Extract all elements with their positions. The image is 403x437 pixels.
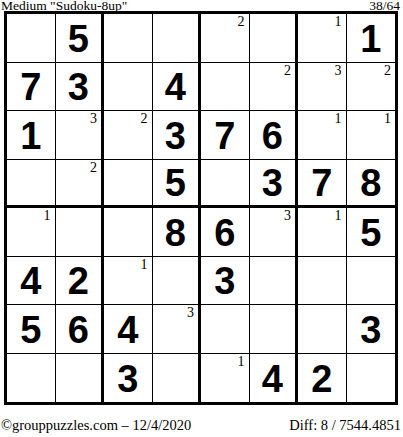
cell-r5c4[interactable]: 8 <box>153 208 202 257</box>
pencil-mark: 3 <box>284 208 291 224</box>
cell-r3c8[interactable]: 1 <box>347 111 396 160</box>
cell-r5c5[interactable]: 6 <box>201 208 250 257</box>
cell-value: 7 <box>311 164 332 202</box>
cell-r1c3[interactable] <box>104 14 153 63</box>
cell-r3c2[interactable]: 3 <box>56 111 105 160</box>
cell-r3c7[interactable]: 1 <box>298 111 347 160</box>
cell-r4c8[interactable]: 8 <box>347 160 396 209</box>
cell-r6c1[interactable]: 4 <box>7 257 56 306</box>
cell-r2c3[interactable] <box>104 63 153 112</box>
cell-r8c7[interactable]: 2 <box>298 354 347 403</box>
cell-value: 6 <box>214 214 235 252</box>
pencil-mark: 1 <box>335 111 342 127</box>
pencil-mark: 2 <box>238 14 245 30</box>
cell-value: 4 <box>20 262 41 300</box>
pencil-mark: 3 <box>187 305 194 321</box>
cell-value: 1 <box>20 117 41 155</box>
cell-value: 5 <box>165 164 186 202</box>
cell-r3c4[interactable]: 3 <box>153 111 202 160</box>
cell-r8c1[interactable] <box>7 354 56 403</box>
cell-value: 3 <box>360 311 381 349</box>
cell-value: 3 <box>262 164 283 202</box>
cell-r5c6[interactable]: 3 <box>250 208 299 257</box>
cell-r2c7[interactable]: 3 <box>298 63 347 112</box>
cell-value: 3 <box>214 262 235 300</box>
cell-r1c7[interactable]: 1 <box>298 14 347 63</box>
pencil-mark: 1 <box>335 14 342 30</box>
pencil-mark: 2 <box>141 111 148 127</box>
pencil-mark: 1 <box>335 208 342 224</box>
cell-r8c6[interactable]: 4 <box>250 354 299 403</box>
puzzle-page: Medium "Sudoku-8up" 38/64 52117342321323… <box>0 0 403 437</box>
cell-value: 3 <box>165 117 186 155</box>
cell-value: 5 <box>68 20 89 58</box>
cell-value: 6 <box>262 117 283 155</box>
cell-r3c1[interactable]: 1 <box>7 111 56 160</box>
cell-r7c1[interactable]: 5 <box>7 305 56 354</box>
cell-r4c3[interactable] <box>104 160 153 209</box>
pencil-mark: 1 <box>141 257 148 273</box>
difficulty-rating: Diff: 8 / 7544.4851 <box>289 417 401 434</box>
cell-value: 7 <box>214 117 235 155</box>
cell-r6c6[interactable] <box>250 257 299 306</box>
cell-r8c3[interactable]: 3 <box>104 354 153 403</box>
pencil-mark: 2 <box>284 63 291 79</box>
cell-r8c2[interactable] <box>56 354 105 403</box>
cell-r1c8[interactable]: 1 <box>347 14 396 63</box>
cell-r4c5[interactable] <box>201 160 250 209</box>
cell-value: 7 <box>20 68 41 106</box>
cell-r7c5[interactable] <box>201 305 250 354</box>
cell-r2c1[interactable]: 7 <box>7 63 56 112</box>
cell-r8c4[interactable] <box>153 354 202 403</box>
cell-value: 5 <box>20 311 41 349</box>
pencil-mark: 1 <box>238 354 245 370</box>
cell-r3c3[interactable]: 2 <box>104 111 153 160</box>
cell-r6c4[interactable] <box>153 257 202 306</box>
cell-r6c8[interactable] <box>347 257 396 306</box>
cell-r1c5[interactable]: 2 <box>201 14 250 63</box>
cell-r5c1[interactable]: 1 <box>7 208 56 257</box>
cell-r6c3[interactable]: 1 <box>104 257 153 306</box>
cell-r7c6[interactable] <box>250 305 299 354</box>
cell-value: 4 <box>117 311 138 349</box>
cell-r2c6[interactable]: 2 <box>250 63 299 112</box>
cell-r7c7[interactable] <box>298 305 347 354</box>
cell-value: 5 <box>360 214 381 252</box>
cell-r2c4[interactable]: 4 <box>153 63 202 112</box>
cell-r1c1[interactable] <box>7 14 56 63</box>
cell-r1c6[interactable] <box>250 14 299 63</box>
cell-r5c3[interactable] <box>104 208 153 257</box>
copyright-credit: ©grouppuzzles.com – 12/4/2020 <box>1 417 191 434</box>
cell-r7c8[interactable]: 3 <box>347 305 396 354</box>
cell-value: 8 <box>360 164 381 202</box>
cell-value: 2 <box>68 262 89 300</box>
cell-r5c8[interactable]: 5 <box>347 208 396 257</box>
cell-r4c4[interactable]: 5 <box>153 160 202 209</box>
cell-value: 6 <box>68 311 89 349</box>
cell-r8c5[interactable]: 1 <box>201 354 250 403</box>
cell-value: 4 <box>262 360 283 398</box>
cell-r7c2[interactable]: 6 <box>56 305 105 354</box>
cell-r7c4[interactable]: 3 <box>153 305 202 354</box>
pencil-mark: 1 <box>44 208 51 224</box>
cell-r2c5[interactable] <box>201 63 250 112</box>
pencil-mark: 2 <box>90 160 97 176</box>
cell-r1c2[interactable]: 5 <box>56 14 105 63</box>
cell-r7c3[interactable]: 4 <box>104 305 153 354</box>
cell-value: 1 <box>360 20 381 58</box>
cell-value: 2 <box>311 360 332 398</box>
cell-r6c5[interactable]: 3 <box>201 257 250 306</box>
cell-r6c7[interactable] <box>298 257 347 306</box>
cell-value: 8 <box>165 214 186 252</box>
cell-r4c1[interactable] <box>7 160 56 209</box>
cell-r3c5[interactable]: 7 <box>201 111 250 160</box>
sudoku-board: 5211734232132376112537818631542135643331… <box>4 11 398 405</box>
cell-r2c2[interactable]: 3 <box>56 63 105 112</box>
pencil-mark: 3 <box>90 111 97 127</box>
cell-r4c2[interactable]: 2 <box>56 160 105 209</box>
cell-r8c8[interactable] <box>347 354 396 403</box>
cell-r6c2[interactable]: 2 <box>56 257 105 306</box>
cell-r4c7[interactable]: 7 <box>298 160 347 209</box>
cell-r5c7[interactable]: 1 <box>298 208 347 257</box>
pencil-mark: 1 <box>384 111 391 127</box>
cell-r5c2[interactable] <box>56 208 105 257</box>
cell-value: 4 <box>165 68 186 106</box>
cell-r2c8[interactable]: 2 <box>347 63 396 112</box>
pencil-mark: 2 <box>384 63 391 79</box>
cell-value: 3 <box>68 68 89 106</box>
cell-r3c6[interactable]: 6 <box>250 111 299 160</box>
cell-r1c4[interactable] <box>153 14 202 63</box>
cell-r4c6[interactable]: 3 <box>250 160 299 209</box>
pencil-mark: 3 <box>335 63 342 79</box>
cell-value: 3 <box>117 360 138 398</box>
